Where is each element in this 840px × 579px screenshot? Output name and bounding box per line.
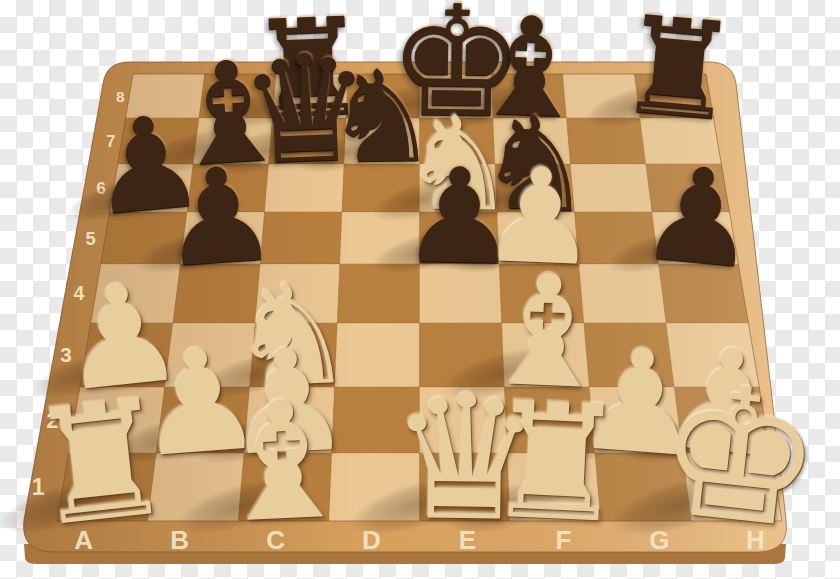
chessboard-scene: 87654321ABCDEFGH ♜♚♝♜♝♛♞♟♞♞♟♟♟♟♟♞♝♟♟♟♟♜♝…: [0, 0, 840, 579]
pieces-layer: ♜♚♝♜♝♛♞♟♞♞♟♟♟♟♟♞♝♟♟♟♟♜♝♛♜♚: [0, 0, 840, 579]
piece-white-rook-a1[interactable]: ♜: [0, 374, 204, 554]
piece-white-king-h1[interactable]: ♚: [621, 354, 840, 559]
piece-white-bishop-c1[interactable]: ♝: [181, 377, 384, 549]
piece-black-rook-h8[interactable]: ♜: [592, 0, 764, 144]
